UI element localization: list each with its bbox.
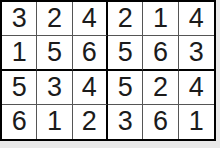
cell-r4c6: 1 — [179, 105, 214, 139]
cell-r2c3: 6 — [73, 36, 108, 70]
cell-r4c1: 6 — [2, 105, 37, 139]
cell-r2c1: 1 — [2, 36, 37, 70]
page-background: 324214156563534524612361 — [0, 0, 220, 148]
cell-r1c4: 2 — [108, 2, 143, 36]
cell-r1c1: 3 — [2, 2, 37, 36]
cell-r3c2: 3 — [37, 71, 72, 105]
cell-r1c6: 4 — [179, 2, 214, 36]
cell-r3c4: 5 — [108, 71, 143, 105]
cell-r3c3: 4 — [73, 71, 108, 105]
cell-r2c5: 6 — [143, 36, 178, 70]
cell-r4c4: 3 — [108, 105, 143, 139]
cell-r3c6: 4 — [179, 71, 214, 105]
cell-r1c2: 2 — [37, 2, 72, 36]
cell-r1c3: 4 — [73, 2, 108, 36]
cell-r2c2: 5 — [37, 36, 72, 70]
cell-r3c5: 2 — [143, 71, 178, 105]
cell-r3c1: 5 — [2, 71, 37, 105]
cell-r2c6: 3 — [179, 36, 214, 70]
cell-r4c3: 2 — [73, 105, 108, 139]
cell-r2c4: 5 — [108, 36, 143, 70]
cell-r4c2: 1 — [37, 105, 72, 139]
sudoku-board: 324214156563534524612361 — [0, 0, 216, 141]
cell-r1c5: 1 — [143, 2, 178, 36]
cell-r4c5: 6 — [143, 105, 178, 139]
